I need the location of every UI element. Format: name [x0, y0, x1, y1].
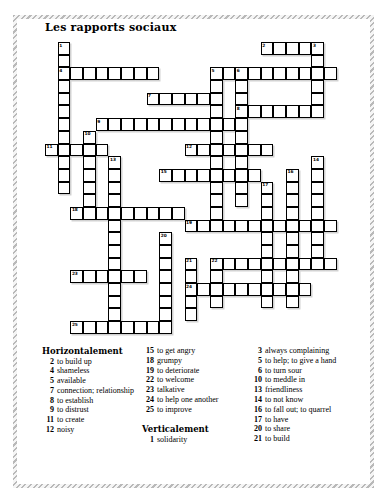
grid-cell[interactable]	[147, 67, 160, 80]
clue-number: 11	[42, 415, 54, 425]
grid-cell[interactable]	[235, 169, 248, 182]
grid-cell[interactable]	[210, 105, 223, 118]
clue-line: 5available	[42, 376, 142, 386]
grid-cell[interactable]	[197, 169, 210, 182]
grid-cell[interactable]	[134, 207, 147, 220]
grid-cell[interactable]	[108, 207, 121, 220]
grid-cell[interactable]: 6	[235, 67, 248, 80]
grid-cell[interactable]	[96, 144, 109, 157]
grid-cell[interactable]	[134, 118, 147, 131]
grid-cell[interactable]	[248, 220, 261, 233]
clue-number: 4	[42, 366, 54, 376]
clue-number: 3	[250, 346, 262, 356]
grid-cell[interactable]	[261, 296, 274, 309]
grid-cell[interactable]	[311, 220, 324, 233]
cell-clue-number: 2	[262, 43, 265, 48]
grid-cell[interactable]	[147, 118, 160, 131]
clue-line: 17to have	[250, 415, 366, 425]
grid-cell[interactable]: 2	[261, 42, 274, 55]
grid-cell[interactable]	[58, 80, 71, 93]
grid-cell[interactable]	[197, 220, 210, 233]
cell-clue-number: 3	[313, 43, 316, 48]
clue-text: solidarity	[157, 435, 250, 445]
grid-cell[interactable]	[261, 245, 274, 258]
cell-clue-number: 13	[110, 157, 116, 162]
grid-cell[interactable]	[324, 67, 337, 80]
grid-cell[interactable]	[96, 270, 109, 283]
grid-cell[interactable]	[159, 296, 172, 309]
grid-cell[interactable]: 4	[58, 67, 71, 80]
clue-line: 14to not know	[250, 395, 366, 405]
grid-cell[interactable]	[223, 118, 236, 131]
grid-cell[interactable]	[286, 232, 299, 245]
grid-cell[interactable]	[96, 207, 109, 220]
grid-cell[interactable]	[210, 144, 223, 157]
grid-cell[interactable]	[121, 270, 134, 283]
grid-cell[interactable]	[248, 67, 261, 80]
grid-cell[interactable]	[185, 296, 198, 309]
grid-cell[interactable]	[235, 144, 248, 157]
grid-cell[interactable]	[210, 118, 223, 131]
grid-cell[interactable]: 14	[311, 156, 324, 169]
grid-cell[interactable]	[261, 220, 274, 233]
clue-number: 7	[42, 386, 54, 396]
grid-cell[interactable]	[108, 258, 121, 271]
grid-cell[interactable]	[172, 93, 185, 106]
clue-number: 13	[250, 385, 262, 395]
grid-cell[interactable]	[261, 194, 274, 207]
grid-cell[interactable]	[311, 80, 324, 93]
grid-cell[interactable]	[159, 270, 172, 283]
grid-cell[interactable]	[311, 245, 324, 258]
grid-cell[interactable]	[261, 258, 274, 271]
grid-cell[interactable]: 13	[108, 156, 121, 169]
cell-clue-number: 8	[237, 106, 240, 111]
grid-cell[interactable]	[108, 245, 121, 258]
grid-cell[interactable]	[185, 169, 198, 182]
cell-clue-number: 23	[72, 271, 78, 276]
grid-cell[interactable]	[121, 67, 134, 80]
grid-cell[interactable]	[108, 308, 121, 321]
cell-clue-number: 15	[161, 169, 167, 174]
grid-cell[interactable]	[121, 207, 134, 220]
grid-cell[interactable]	[159, 308, 172, 321]
clue-line: 19to deteriorate	[142, 366, 250, 376]
grid-cell[interactable]	[210, 207, 223, 220]
grid-cell[interactable]	[121, 321, 134, 334]
grid-cell[interactable]	[311, 182, 324, 195]
grid-cell[interactable]: 11	[45, 144, 58, 157]
grid-cell[interactable]	[311, 207, 324, 220]
clue-line: 11to create	[42, 415, 142, 425]
grid-cell[interactable]	[273, 42, 286, 55]
clue-text: to establish	[57, 396, 142, 406]
grid-cell[interactable]	[210, 220, 223, 233]
grid-cell[interactable]	[172, 169, 185, 182]
grid-cell[interactable]	[197, 144, 210, 157]
grid-cell[interactable]	[134, 321, 147, 334]
grid-cell[interactable]	[299, 220, 312, 233]
grid-cell[interactable]	[108, 321, 121, 334]
grid-cell[interactable]: 5	[210, 67, 223, 80]
grid-cell[interactable]	[311, 232, 324, 245]
grid-cell[interactable]	[286, 42, 299, 55]
grid-cell[interactable]	[197, 283, 210, 296]
grid-cell[interactable]	[185, 93, 198, 106]
grid-cell[interactable]	[58, 105, 71, 118]
grid-cell[interactable]: 16	[286, 169, 299, 182]
grid-cell[interactable]	[235, 80, 248, 93]
grid-cell[interactable]	[83, 169, 96, 182]
clue-text: connection; relationship	[57, 386, 142, 396]
grid-cell[interactable]	[96, 67, 109, 80]
grid-cell[interactable]	[286, 283, 299, 296]
grid-cell[interactable]	[210, 80, 223, 93]
cell-clue-number: 10	[85, 131, 91, 136]
grid-cell[interactable]	[286, 67, 299, 80]
grid-cell[interactable]	[83, 207, 96, 220]
grid-cell[interactable]: 8	[235, 105, 248, 118]
clue-line: 6to turn sour	[250, 366, 366, 376]
grid-cell[interactable]	[235, 220, 248, 233]
clue-text: to create	[57, 415, 142, 425]
grid-cell[interactable]	[223, 258, 236, 271]
grid-cell[interactable]	[197, 93, 210, 106]
cell-clue-number: 25	[72, 322, 78, 327]
grid-cell[interactable]	[70, 67, 83, 80]
grid-cell[interactable]	[286, 194, 299, 207]
grid-cell[interactable]	[147, 207, 160, 220]
grid-cell[interactable]	[159, 207, 172, 220]
cell-clue-number: 11	[47, 144, 53, 149]
clue-text: friendliness	[265, 385, 366, 395]
grid-cell[interactable]: 12	[185, 144, 198, 157]
clue-text: to welcome	[157, 375, 250, 385]
grid-cell[interactable]: 7	[147, 93, 160, 106]
grid-cell[interactable]	[108, 118, 121, 131]
grid-cell[interactable]	[58, 93, 71, 106]
cell-clue-number: 1	[59, 43, 62, 48]
grid-cell[interactable]	[83, 270, 96, 283]
grid-cell[interactable]: 1	[58, 42, 71, 55]
clue-text: talkative	[157, 385, 250, 395]
grid-cell[interactable]	[159, 283, 172, 296]
cell-clue-number: 17	[262, 182, 268, 187]
grid-cell[interactable]	[235, 258, 248, 271]
clue-line: 3always complaining	[250, 346, 366, 356]
crossword-grid: 1234567891011121314151617181920212223242…	[45, 42, 337, 334]
grid-cell[interactable]	[58, 169, 71, 182]
grid-cell[interactable]	[223, 144, 236, 157]
grid-cell[interactable]	[121, 118, 134, 131]
grid-cell[interactable]	[235, 156, 248, 169]
grid-cell[interactable]	[185, 270, 198, 283]
clue-text: to share	[265, 424, 366, 434]
grid-cell[interactable]	[210, 93, 223, 106]
clue-number: 20	[250, 424, 262, 434]
grid-cell[interactable]	[299, 67, 312, 80]
cell-clue-number: 18	[72, 207, 78, 212]
grid-cell[interactable]	[159, 93, 172, 106]
grid-cell[interactable]	[210, 156, 223, 169]
grid-cell[interactable]: 22	[210, 258, 223, 271]
clue-number: 15	[142, 346, 154, 356]
cell-clue-number: 12	[186, 144, 192, 149]
grid-cell[interactable]	[147, 321, 160, 334]
grid-cell[interactable]	[210, 131, 223, 144]
grid-cell[interactable]	[108, 296, 121, 309]
grid-cell[interactable]	[185, 308, 198, 321]
grid-cell[interactable]	[286, 296, 299, 309]
clue-number: 5	[42, 376, 54, 386]
grid-cell[interactable]	[96, 321, 109, 334]
grid-cell[interactable]	[58, 144, 71, 157]
spacer	[142, 415, 250, 425]
clue-text: to help; to give a hand	[265, 356, 366, 366]
grid-cell[interactable]	[273, 258, 286, 271]
cell-clue-number: 4	[59, 68, 62, 73]
grid-cell[interactable]	[159, 245, 172, 258]
grid-cell[interactable]	[299, 105, 312, 118]
page-title: Les rapports sociaux	[45, 21, 176, 34]
clue-line: 13friendliness	[250, 385, 366, 395]
grid-cell[interactable]: 20	[159, 232, 172, 245]
grid-cell[interactable]	[324, 220, 337, 233]
grid-cell[interactable]	[248, 169, 261, 182]
clue-line: 5to help; to give a hand	[250, 356, 366, 366]
clue-line: 7connection; relationship	[42, 386, 142, 396]
clue-column-left: Horizontalement2to build up4shameless5av…	[42, 346, 142, 435]
grid-cell[interactable]	[235, 131, 248, 144]
grid-cell[interactable]	[261, 144, 274, 157]
grid-cell[interactable]	[108, 182, 121, 195]
grid-cell[interactable]	[223, 220, 236, 233]
grid-cell[interactable]: 9	[96, 118, 109, 131]
clue-text: to meddle in	[265, 375, 366, 385]
clue-column-middle: 15to get angry18grumpy19to deteriorate22…	[142, 346, 250, 445]
grid-cell[interactable]	[108, 169, 121, 182]
grid-cell[interactable]	[108, 283, 121, 296]
grid-cell[interactable]	[210, 194, 223, 207]
grid-cell[interactable]	[311, 169, 324, 182]
clue-number: 6	[250, 366, 262, 376]
clue-text: noisy	[57, 425, 142, 435]
clue-text: to build up	[57, 357, 142, 367]
grid-cell[interactable]	[108, 270, 121, 283]
grid-cell[interactable]	[223, 67, 236, 80]
grid-cell[interactable]: 19	[185, 220, 198, 233]
grid-cell[interactable]	[185, 118, 198, 131]
grid-cell[interactable]	[286, 105, 299, 118]
grid-cell[interactable]	[261, 67, 274, 80]
clue-text: to help one another	[157, 395, 250, 405]
grid-cell[interactable]	[159, 118, 172, 131]
cell-clue-number: 24	[186, 284, 192, 289]
grid-cell[interactable]	[261, 270, 274, 283]
grid-cell[interactable]	[235, 93, 248, 106]
grid-cell[interactable]	[83, 182, 96, 195]
grid-cell[interactable]	[311, 194, 324, 207]
clue-number: 2	[42, 357, 54, 367]
clue-text: to distrust	[57, 405, 142, 415]
clue-line: 2to build up	[42, 357, 142, 367]
grid-cell[interactable]	[235, 283, 248, 296]
grid-cell[interactable]	[273, 220, 286, 233]
grid-cell[interactable]	[261, 207, 274, 220]
clue-line: 10to meddle in	[250, 375, 366, 385]
clue-text: always complaining	[265, 346, 366, 356]
grid-cell[interactable]	[311, 55, 324, 68]
grid-cell[interactable]	[197, 118, 210, 131]
clue-number: 19	[142, 366, 154, 376]
grid-cell[interactable]	[134, 67, 147, 80]
grid-cell[interactable]: 15	[159, 169, 172, 182]
clue-text: available	[57, 376, 142, 386]
grid-cell[interactable]	[70, 144, 83, 157]
clue-text: to get angry	[157, 346, 250, 356]
cell-clue-number: 5	[211, 68, 214, 73]
grid-cell[interactable]	[324, 258, 337, 271]
grid-cell[interactable]	[58, 118, 71, 131]
clue-number: 22	[142, 375, 154, 385]
clue-number: 16	[250, 405, 262, 415]
grid-cell[interactable]	[210, 296, 223, 309]
clue-number: 1	[142, 435, 154, 445]
grid-cell[interactable]	[311, 105, 324, 118]
clue-line: 15to get angry	[142, 346, 250, 356]
clue-text: to not know	[265, 395, 366, 405]
grid-cell[interactable]	[273, 67, 286, 80]
clue-text: to improve	[157, 405, 250, 415]
grid-cell[interactable]	[286, 258, 299, 271]
clue-number: 12	[42, 425, 54, 435]
grid-cell[interactable]: 24	[185, 283, 198, 296]
grid-cell[interactable]	[248, 283, 261, 296]
grid-cell[interactable]	[108, 232, 121, 245]
grid-cell[interactable]	[58, 156, 71, 169]
clue-line: 9to distrust	[42, 405, 142, 415]
clue-line: 1solidarity	[142, 435, 250, 445]
grid-cell[interactable]	[261, 283, 274, 296]
clue-line: 18grumpy	[142, 356, 250, 366]
grid-cell[interactable]: 17	[261, 182, 274, 195]
grid-cell[interactable]	[210, 270, 223, 283]
cell-clue-number: 21	[186, 258, 192, 263]
grid-cell[interactable]: 18	[70, 207, 83, 220]
grid-cell[interactable]	[159, 321, 172, 334]
grid-cell[interactable]	[248, 258, 261, 271]
grid-cell[interactable]	[58, 182, 71, 195]
clue-text: to build	[265, 434, 366, 444]
clue-list-header: Verticalement	[142, 424, 250, 434]
clue-line: 24to help one another	[142, 395, 250, 405]
grid-cell[interactable]	[210, 169, 223, 182]
clue-number: 24	[142, 395, 154, 405]
grid-cell[interactable]	[299, 42, 312, 55]
grid-cell[interactable]: 3	[311, 42, 324, 55]
grid-cell[interactable]	[210, 182, 223, 195]
grid-cell[interactable]	[235, 194, 248, 207]
grid-cell[interactable]	[248, 105, 261, 118]
grid-cell[interactable]	[83, 321, 96, 334]
grid-cell[interactable]	[299, 283, 312, 296]
grid-cell[interactable]	[83, 156, 96, 169]
grid-cell[interactable]	[311, 93, 324, 106]
grid-cell[interactable]	[235, 182, 248, 195]
cell-clue-number: 19	[186, 220, 192, 225]
grid-cell[interactable]	[134, 270, 147, 283]
clue-text: to have	[265, 415, 366, 425]
grid-cell[interactable]	[58, 131, 71, 144]
grid-cell[interactable]	[83, 144, 96, 157]
cell-clue-number: 9	[97, 119, 100, 124]
clue-list-header: Horizontalement	[42, 346, 142, 356]
grid-cell[interactable]	[248, 144, 261, 157]
grid-cell[interactable]	[261, 105, 274, 118]
clue-line: 8to establish	[42, 396, 142, 406]
grid-cell[interactable]	[286, 245, 299, 258]
grid-cell[interactable]	[210, 283, 223, 296]
grid-cell[interactable]	[273, 283, 286, 296]
clue-number: 17	[250, 415, 262, 425]
grid-cell[interactable]	[261, 232, 274, 245]
clue-line: 16to fall out; to quarrel	[250, 405, 366, 415]
grid-cell[interactable]	[223, 283, 236, 296]
grid-cell[interactable]	[108, 67, 121, 80]
clue-number: 8	[42, 396, 54, 406]
clue-line: 25to improve	[142, 405, 250, 415]
clue-line: 12noisy	[42, 425, 142, 435]
clue-number: 21	[250, 434, 262, 444]
grid-cell[interactable]: 25	[70, 321, 83, 334]
grid-cell[interactable]	[83, 194, 96, 207]
grid-cell[interactable]	[273, 105, 286, 118]
clue-line: 23talkative	[142, 385, 250, 395]
clue-text: to deteriorate	[157, 366, 250, 376]
grid-cell[interactable]	[83, 67, 96, 80]
grid-cell[interactable]	[286, 182, 299, 195]
grid-cell[interactable]	[299, 258, 312, 271]
grid-cell[interactable]	[108, 220, 121, 233]
grid-cell[interactable]	[286, 270, 299, 283]
grid-cell[interactable]	[172, 118, 185, 131]
grid-cell[interactable]	[235, 118, 248, 131]
cell-clue-number: 20	[161, 233, 167, 238]
clue-text: shameless	[57, 366, 142, 376]
cell-clue-number: 7	[148, 93, 151, 98]
grid-cell[interactable]: 10	[83, 131, 96, 144]
grid-cell[interactable]	[58, 55, 71, 68]
cell-clue-number: 6	[237, 68, 240, 73]
cell-clue-number: 16	[288, 169, 294, 174]
grid-cell[interactable]: 21	[185, 258, 198, 271]
clue-number: 10	[250, 375, 262, 385]
grid-cell[interactable]	[223, 169, 236, 182]
cell-clue-number: 14	[313, 157, 319, 162]
clue-number: 9	[42, 405, 54, 415]
clue-column-right: 3always complaining5to help; to give a h…	[250, 346, 366, 444]
grid-cell[interactable]	[286, 220, 299, 233]
grid-cell[interactable]	[159, 258, 172, 271]
grid-cell[interactable]: 23	[70, 270, 83, 283]
grid-cell[interactable]	[311, 67, 324, 80]
grid-cell[interactable]	[311, 258, 324, 271]
grid-cell[interactable]	[108, 194, 121, 207]
grid-cell[interactable]	[172, 207, 185, 220]
grid-cell[interactable]	[286, 207, 299, 220]
worksheet-page: Les rapports sociaux 1234567891011121314…	[0, 0, 386, 500]
clue-text: grumpy	[157, 356, 250, 366]
